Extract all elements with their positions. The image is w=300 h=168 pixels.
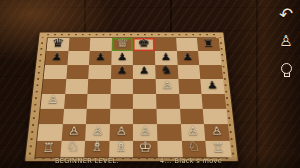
square-b8[interactable] (68, 38, 90, 51)
square-g4[interactable] (179, 94, 203, 109)
piece-black-pawn[interactable]: ♟ (111, 63, 133, 77)
level-label: BEGINNER LEVEL. (55, 157, 119, 165)
square-e4[interactable] (133, 94, 156, 109)
status-bar: BEGINNER LEVEL. 4... Black's move (0, 155, 300, 168)
square-d4[interactable] (110, 94, 133, 109)
piece-black-pawn[interactable]: ♟ (111, 50, 133, 64)
square-f2[interactable] (157, 124, 181, 140)
piece-white-pawn[interactable]: ♙ (133, 122, 157, 138)
square-f3[interactable] (156, 109, 180, 125)
board-frame-ornament-top (47, 34, 216, 35)
piece-black-rook[interactable]: ♜ (197, 36, 220, 49)
square-b4[interactable] (64, 94, 88, 109)
pieces-button[interactable]: ♙ (276, 30, 296, 52)
piece-black-pawn[interactable]: ♟ (200, 77, 224, 92)
square-e5[interactable] (133, 79, 156, 94)
piece-white-knight[interactable]: ♘ (60, 138, 85, 155)
square-c5[interactable] (88, 79, 111, 94)
square-h7[interactable] (198, 51, 221, 65)
square-g7[interactable]: ♟ (177, 51, 200, 65)
square-a6[interactable] (44, 65, 67, 79)
chess-board: ♛♕♚♜♟♟♟♟♟♟♟♞♙♟♙♙♙♙♙♙♙♖♘♗♗♔♘♖ (24, 32, 239, 162)
square-b6[interactable] (66, 65, 89, 79)
piece-white-pawn[interactable]: ♙ (85, 122, 109, 138)
square-h5[interactable]: ♟ (200, 79, 224, 94)
square-c4[interactable] (87, 94, 111, 109)
square-c6[interactable] (88, 65, 111, 79)
hint-button[interactable] (276, 57, 296, 79)
square-d6[interactable]: ♟ (111, 65, 133, 79)
square-e8[interactable]: ♚ (133, 38, 155, 51)
square-e6[interactable]: ♟ (133, 65, 155, 79)
square-a3[interactable] (39, 109, 64, 125)
piece-white-rook[interactable]: ♖ (205, 138, 231, 155)
square-g6[interactable] (177, 65, 200, 79)
action-sidebar: ↶ ♙ (276, 3, 298, 84)
piece-black-pawn[interactable]: ♟ (133, 63, 155, 77)
square-a4[interactable]: ♙ (40, 94, 64, 109)
piece-white-knight[interactable]: ♘ (181, 138, 206, 155)
square-a7[interactable]: ♟ (45, 51, 68, 65)
piece-white-pawn[interactable]: ♙ (61, 122, 86, 138)
piece-black-pawn[interactable]: ♟ (89, 50, 111, 64)
piece-white-bishop[interactable]: ♗ (109, 138, 133, 155)
piece-black-knight[interactable]: ♞ (155, 63, 178, 77)
piece-white-pawn[interactable]: ♙ (180, 122, 205, 138)
chess-app-screen: ♛♕♚♜♟♟♟♟♟♟♟♞♙♟♙♙♙♙♙♙♙♖♘♗♗♔♘♖ ↶ ♙ BEGINNE… (0, 0, 300, 168)
undo-button[interactable]: ↶ (276, 3, 296, 25)
piece-white-pawn[interactable]: ♙ (204, 122, 229, 138)
piece-black-queen[interactable]: ♛ (47, 36, 70, 49)
piece-black-pawn[interactable]: ♟ (45, 50, 68, 64)
piece-black-pawn[interactable]: ♟ (155, 50, 177, 64)
piece-black-pawn[interactable]: ♟ (176, 50, 199, 64)
undo-icon: ↶ (278, 3, 295, 25)
board-grid: ♛♕♚♜♟♟♟♟♟♟♟♞♙♟♙♙♙♙♙♙♙♖♘♗♗♔♘♖ (34, 37, 228, 158)
piece-white-pawn[interactable]: ♙ (109, 122, 133, 138)
piece-white-pawn[interactable]: ♙ (41, 92, 65, 107)
square-f5[interactable]: ♙ (156, 79, 179, 94)
piece-white-queen[interactable]: ♕ (112, 36, 134, 49)
square-c7[interactable]: ♟ (89, 51, 111, 65)
piece-white-king[interactable]: ♔ (133, 138, 157, 155)
square-b5[interactable] (65, 79, 89, 94)
square-h8[interactable]: ♜ (197, 38, 220, 51)
square-g5[interactable] (178, 79, 202, 94)
piece-white-bishop[interactable]: ♗ (85, 138, 110, 155)
piece-white-pawn[interactable]: ♙ (156, 77, 179, 92)
pawn-icon: ♙ (279, 32, 292, 50)
square-h4[interactable] (202, 94, 226, 109)
piece-white-rook[interactable]: ♖ (36, 138, 62, 155)
square-f4[interactable] (156, 94, 180, 109)
square-d5[interactable] (110, 79, 133, 94)
square-b7[interactable] (67, 51, 90, 65)
turn-indicator: 4... Black's move (160, 157, 222, 165)
lightbulb-icon (281, 63, 292, 74)
piece-black-king[interactable]: ♚ (133, 36, 155, 49)
